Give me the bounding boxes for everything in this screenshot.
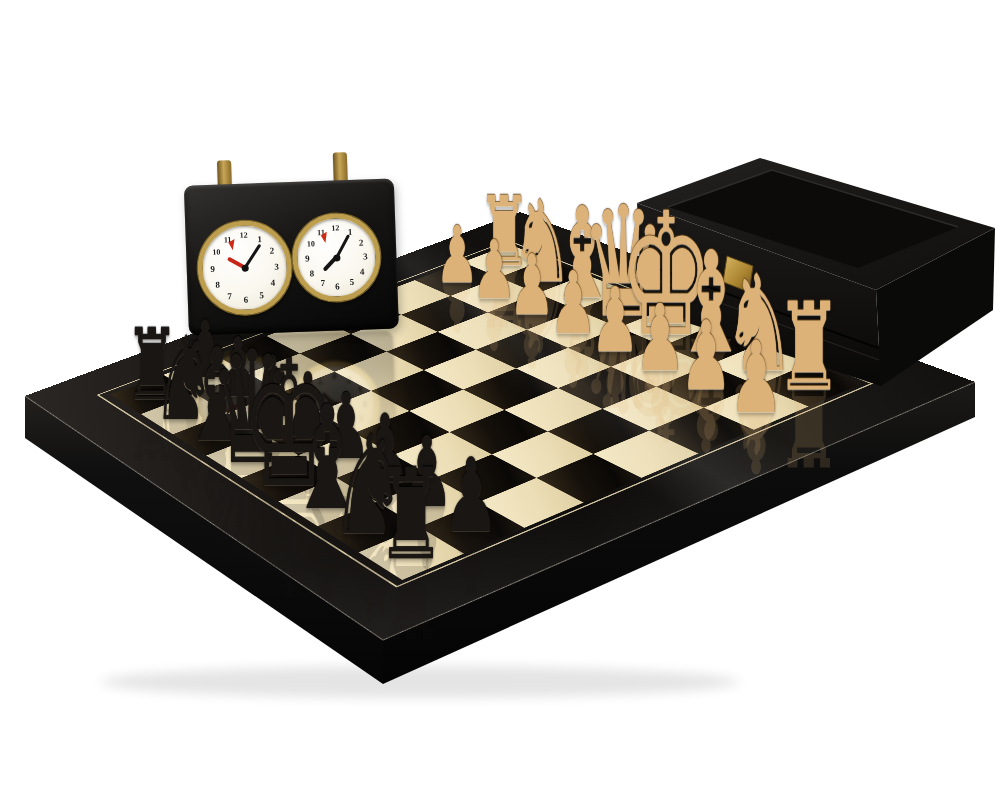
piece-white-pawn-g2: ♟ bbox=[680, 309, 733, 405]
dial-numeral-4: 4 bbox=[268, 278, 278, 288]
dial-numeral-12: 12 bbox=[238, 231, 248, 240]
dial-numeral-5: 5 bbox=[347, 277, 357, 287]
dial-numeral-2: 2 bbox=[267, 246, 277, 256]
clock-dial-left: 121234567891011 bbox=[196, 219, 293, 316]
dial-center-pin bbox=[333, 254, 340, 261]
dial-numeral-10: 10 bbox=[306, 239, 316, 248]
piece-white-rook-h1: ♜ bbox=[776, 287, 843, 408]
dial-numeral-7: 7 bbox=[225, 291, 235, 301]
floor-shadow bbox=[100, 666, 740, 698]
dial-numeral-3: 3 bbox=[272, 261, 282, 271]
dial-numeral-6: 6 bbox=[241, 295, 251, 305]
dial-numeral-3: 3 bbox=[360, 251, 370, 261]
dial-numeral-10: 10 bbox=[211, 248, 221, 257]
dial-numeral-1: 1 bbox=[255, 234, 265, 244]
dial-numeral-9: 9 bbox=[208, 264, 218, 274]
clock-dial-right: 121234567891011 bbox=[291, 212, 382, 303]
dial-numeral-4: 4 bbox=[357, 266, 367, 276]
piece-white-pawn-f2: ♟ bbox=[634, 292, 685, 384]
chess-set-product-photo: { "game": "chess", "scene": "Studio prod… bbox=[0, 0, 1000, 800]
piece-black-rook-h8: ♜ bbox=[376, 453, 446, 578]
dial-numeral-8: 8 bbox=[212, 279, 222, 289]
dial-center-pin bbox=[241, 264, 248, 271]
piece-white-pawn-e2: ♟ bbox=[590, 275, 640, 364]
dial-numeral-9: 9 bbox=[302, 253, 312, 263]
dial-numeral-2: 2 bbox=[356, 237, 366, 247]
dial-numeral-5: 5 bbox=[257, 290, 267, 300]
dial-numeral-12: 12 bbox=[330, 223, 340, 232]
dial-numeral-8: 8 bbox=[307, 268, 317, 278]
piece-black-pawn-h7: ♟ bbox=[443, 446, 499, 548]
dial-numeral-7: 7 bbox=[318, 278, 328, 288]
dial-numeral-6: 6 bbox=[332, 281, 342, 291]
piece-white-pawn-h2: ♟ bbox=[728, 328, 783, 427]
